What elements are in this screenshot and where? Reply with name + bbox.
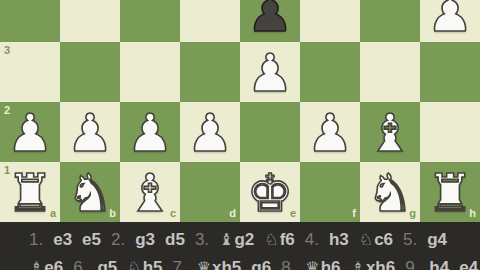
move-token[interactable]: h4 <box>429 255 449 270</box>
move-token[interactable]: ♗e6 <box>29 255 63 270</box>
file-label-c: c <box>170 208 176 219</box>
rank-label-1: 1 <box>4 165 10 176</box>
square-h4[interactable]: ♟ <box>420 0 480 42</box>
chess-app: ♟♟3♟♟2♟♟♟♟♝♜1a♞b♝cd♚ef♞g♜h 1.e3e52.g3d53… <box>0 0 480 270</box>
square-g3[interactable] <box>360 42 420 102</box>
move-number: 6. <box>73 255 87 270</box>
move-number: 4. <box>305 227 319 253</box>
file-label-e: e <box>290 208 296 219</box>
square-b1[interactable]: ♞b <box>60 162 120 222</box>
black-pawn[interactable]: ♟ <box>240 0 300 42</box>
move-number: 2. <box>111 227 125 253</box>
square-a2[interactable]: ♟2 <box>0 102 60 162</box>
square-f4[interactable] <box>300 0 360 42</box>
square-b2[interactable]: ♟ <box>60 102 120 162</box>
square-b3[interactable] <box>60 42 120 102</box>
move-number: 7. <box>172 255 186 270</box>
square-d2[interactable]: ♟ <box>180 102 240 162</box>
square-a3[interactable]: 3 <box>0 42 60 102</box>
move-number: 1. <box>29 227 43 253</box>
move-number: 9. <box>405 255 419 270</box>
square-e1[interactable]: ♚e <box>240 162 300 222</box>
square-d4[interactable] <box>180 0 240 42</box>
move-token[interactable]: ♘f6 <box>264 227 294 253</box>
move-token[interactable]: g5 <box>97 255 117 270</box>
move-number: 3. <box>195 227 209 253</box>
move-token[interactable]: ♘h5 <box>127 255 162 270</box>
move-token[interactable]: ♘c6 <box>359 227 393 253</box>
file-label-h: h <box>469 208 476 219</box>
square-f3[interactable] <box>300 42 360 102</box>
move-token[interactable]: g3 <box>135 227 155 253</box>
move-list-bar: 1.e3e52.g3d53.♝g2♘f64.h3♘c65.g4 ♗e66.g5♘… <box>0 222 480 270</box>
piece-icon: ♘ <box>359 227 373 253</box>
white-pawn[interactable]: ♟ <box>300 102 360 162</box>
piece-icon: ♗ <box>29 255 43 270</box>
rank-label-2: 2 <box>4 105 10 116</box>
square-b4[interactable] <box>60 0 120 42</box>
move-number: 8. <box>281 255 295 270</box>
square-d3[interactable] <box>180 42 240 102</box>
white-pawn[interactable]: ♟ <box>60 102 120 162</box>
square-g2[interactable]: ♝ <box>360 102 420 162</box>
square-h1[interactable]: ♜h <box>420 162 480 222</box>
square-e3[interactable]: ♟ <box>240 42 300 102</box>
move-token[interactable]: ♝g2 <box>219 227 254 253</box>
move-token[interactable]: e5 <box>82 227 101 253</box>
move-token[interactable]: g6 <box>251 255 271 270</box>
piece-icon: ♛ <box>305 255 319 270</box>
chess-board[interactable]: ♟♟3♟♟2♟♟♟♟♝♜1a♞b♝cd♚ef♞g♜h <box>0 0 480 222</box>
file-label-d: d <box>229 208 236 219</box>
square-f2[interactable]: ♟ <box>300 102 360 162</box>
square-c1[interactable]: ♝c <box>120 162 180 222</box>
move-token[interactable]: ♛h6 <box>305 255 340 270</box>
square-c4[interactable] <box>120 0 180 42</box>
square-f1[interactable]: f <box>300 162 360 222</box>
file-label-g: g <box>409 208 416 219</box>
file-label-a: a <box>50 208 56 219</box>
piece-icon: ♛ <box>197 255 211 270</box>
square-c2[interactable]: ♟ <box>120 102 180 162</box>
piece-icon: ♗ <box>351 255 365 270</box>
square-g1[interactable]: ♞g <box>360 162 420 222</box>
move-token[interactable]: ♗xh6 <box>351 255 396 270</box>
square-a4[interactable] <box>0 0 60 42</box>
square-d1[interactable]: d <box>180 162 240 222</box>
move-token[interactable]: e3 <box>53 227 72 253</box>
move-number: 5. <box>403 227 417 253</box>
white-pawn[interactable]: ♟ <box>180 102 240 162</box>
square-h3[interactable] <box>420 42 480 102</box>
square-c3[interactable] <box>120 42 180 102</box>
square-g4[interactable] <box>360 0 420 42</box>
white-bishop[interactable]: ♝ <box>360 102 420 162</box>
move-token[interactable]: d5 <box>165 227 185 253</box>
piece-icon: ♝ <box>219 227 233 253</box>
move-token[interactable]: ♛xh5 <box>197 255 242 270</box>
rank-label-3: 3 <box>4 45 10 56</box>
white-pawn[interactable]: ♟ <box>120 102 180 162</box>
piece-icon: ♘ <box>264 227 278 253</box>
square-e4[interactable]: ♟ <box>240 0 300 42</box>
move-row-1: 1.e3e52.g3d53.♝g2♘f64.h3♘c65.g4 <box>29 227 480 253</box>
file-label-b: b <box>109 208 116 219</box>
move-row-2: ♗e66.g5♘h57.♛xh5g68.♛h6♗xh69.h4e4 <box>29 255 480 270</box>
white-pawn[interactable]: ♟ <box>240 42 300 102</box>
board-grid: ♟♟3♟♟2♟♟♟♟♝♜1a♞b♝cd♚ef♞g♜h <box>0 0 480 222</box>
square-a1[interactable]: ♜1a <box>0 162 60 222</box>
file-label-f: f <box>352 208 356 219</box>
move-token[interactable]: g4 <box>427 227 447 253</box>
piece-icon: ♘ <box>127 255 141 270</box>
square-h2[interactable] <box>420 102 480 162</box>
square-e2[interactable] <box>240 102 300 162</box>
white-pawn[interactable]: ♟ <box>420 0 480 42</box>
move-token[interactable]: e4 <box>459 255 478 270</box>
move-token[interactable]: h3 <box>329 227 349 253</box>
